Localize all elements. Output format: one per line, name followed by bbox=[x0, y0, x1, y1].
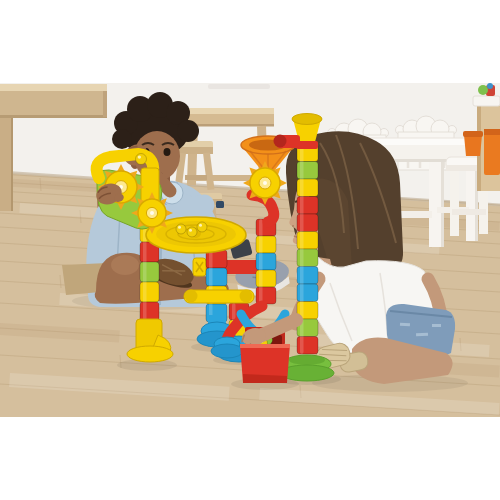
gear-under-funnel-icon bbox=[243, 161, 287, 205]
marble-in-boys-hand bbox=[136, 154, 147, 165]
scene-svg bbox=[0, 83, 500, 417]
marble-dish-1 bbox=[176, 224, 186, 234]
orange-bin bbox=[484, 129, 500, 175]
yellow-arm bbox=[184, 290, 254, 304]
photo bbox=[0, 83, 500, 417]
letterbox-top bbox=[0, 0, 500, 83]
tower-funnel-tower bbox=[256, 219, 276, 304]
letterbox-bottom bbox=[0, 417, 500, 500]
wall-smudge bbox=[208, 84, 270, 89]
red-arm-tall-tower bbox=[274, 135, 301, 149]
shirt-logo bbox=[216, 201, 224, 208]
marble-dish-3 bbox=[197, 222, 207, 232]
screenshot bbox=[0, 0, 500, 500]
tower-dish-stem bbox=[206, 250, 227, 322]
marble-dish-2 bbox=[187, 227, 197, 237]
boy-eye bbox=[164, 148, 171, 156]
red-tray-front bbox=[240, 344, 290, 383]
gear-lower-left-icon bbox=[131, 192, 173, 234]
orange-pot bbox=[463, 131, 483, 156]
